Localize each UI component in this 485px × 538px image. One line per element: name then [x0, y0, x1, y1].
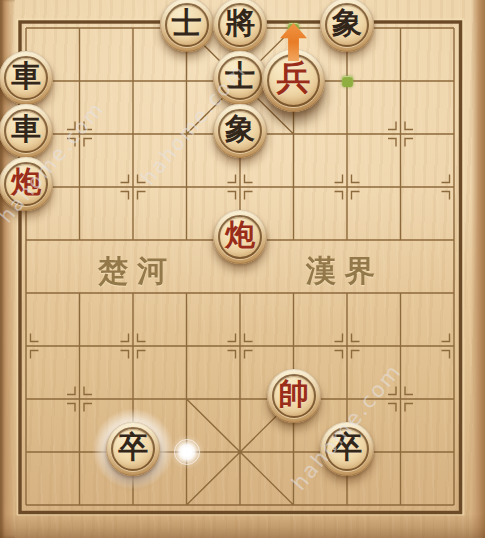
piece-black-chariot[interactable]: 車 — [0, 104, 53, 158]
piece-red-general[interactable]: 帥 — [267, 369, 321, 423]
wood-edge-right — [471, 0, 485, 538]
piece-red-soldier[interactable]: 兵 — [262, 49, 325, 112]
piece-red-cannon[interactable]: 炮 — [213, 210, 267, 264]
piece-black-general[interactable]: 將 — [213, 0, 267, 52]
piece-glyph: 兵 — [277, 55, 311, 101]
move-hint-dot[interactable] — [342, 76, 353, 87]
piece-black-chariot[interactable]: 車 — [0, 51, 53, 105]
piece-glyph: 卒 — [118, 427, 148, 468]
piece-glyph: 帥 — [279, 374, 309, 415]
piece-glyph: 炮 — [11, 162, 41, 203]
piece-red-cannon[interactable]: 炮 — [0, 157, 53, 211]
wood-edge-bottom — [0, 514, 485, 538]
piece-glyph: 將 — [225, 3, 255, 44]
piece-glyph: 象 — [332, 3, 362, 44]
piece-black-advisor[interactable]: 士 — [213, 51, 267, 105]
piece-glyph: 車 — [11, 56, 41, 97]
last-move-origin-dot — [167, 432, 207, 472]
xiangqi-board[interactable]: 楚河 漢界 士將象車士兵車象炮炮帥卒卒 hahome.com hahome.co… — [0, 0, 485, 538]
piece-glyph: 象 — [225, 109, 255, 150]
piece-glyph: 卒 — [332, 427, 362, 468]
piece-black-soldier[interactable]: 卒 — [106, 422, 160, 476]
piece-black-elephant[interactable]: 象 — [213, 104, 267, 158]
piece-glyph: 炮 — [225, 215, 255, 256]
river-label-han-jie: 漢界 — [280, 250, 410, 292]
piece-black-soldier[interactable]: 卒 — [320, 422, 374, 476]
piece-black-elephant[interactable]: 象 — [320, 0, 374, 52]
move-hint-dot[interactable] — [288, 23, 299, 34]
piece-glyph: 士 — [172, 3, 202, 44]
piece-glyph: 士 — [225, 56, 255, 97]
piece-glyph: 車 — [11, 109, 41, 150]
piece-black-advisor[interactable]: 士 — [160, 0, 214, 52]
river-label-chu-he: 楚河 — [72, 250, 202, 292]
